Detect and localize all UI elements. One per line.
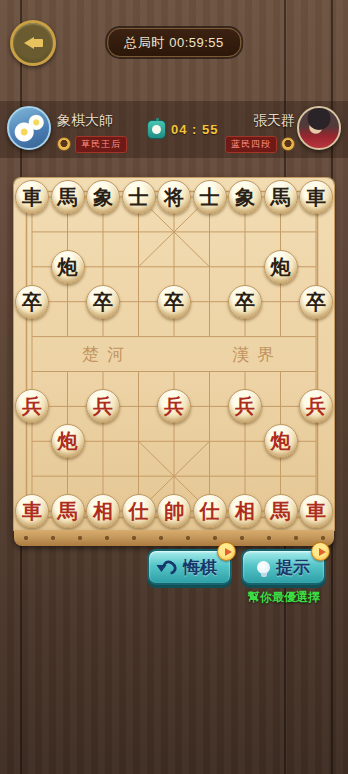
river: 楚河 漢界 [14, 337, 334, 372]
hint-caption: 幫你最優選擇 [236, 589, 332, 606]
piece-bA[interactable]: 士 [193, 180, 227, 214]
player-left-badge: 草民王后 [57, 136, 127, 152]
total-time-pill: 总局时 00:59:55 [107, 28, 241, 57]
piece-rB[interactable]: 相 [86, 494, 120, 528]
piece-bR[interactable]: 車 [15, 180, 49, 214]
piece-bB[interactable]: 象 [228, 180, 262, 214]
turn-timer-value: 04 : 55 [171, 122, 218, 137]
turn-timer: 04 : 55 [147, 120, 218, 139]
game-screen: 总局时 00:59:55 象棋大師 草民王后 04 : 55 張天群 蓝民四段 … [0, 0, 348, 774]
river-label-right: 漢界 [232, 343, 282, 366]
piece-rA[interactable]: 仕 [122, 494, 156, 528]
undo-button[interactable]: 悔棋 [147, 549, 232, 585]
medal-icon [57, 137, 71, 151]
piece-bN[interactable]: 馬 [264, 180, 298, 214]
total-time-value: 00:59:55 [169, 35, 224, 50]
player-right-rank: 蓝民四段 [225, 136, 277, 153]
avatar-left[interactable] [7, 106, 51, 150]
player-left-rank: 草民王后 [75, 136, 127, 153]
river-label-left: 楚河 [82, 343, 132, 366]
piece-bP[interactable]: 卒 [15, 285, 49, 319]
ad-coin-icon[interactable] [217, 542, 236, 561]
hint-label: 提示 [276, 556, 310, 579]
player-left-name: 象棋大師 [57, 112, 113, 130]
avatar-right[interactable] [297, 106, 341, 150]
piece-rC[interactable]: 炮 [51, 424, 85, 458]
back-button[interactable] [10, 20, 56, 66]
ad-coin-icon[interactable] [311, 542, 330, 561]
board-frame-strip [14, 530, 334, 546]
player-right-badge: 蓝民四段 [225, 136, 295, 152]
undo-icon [160, 557, 180, 577]
piece-rK[interactable]: 帥 [157, 494, 191, 528]
piece-bP[interactable]: 卒 [299, 285, 333, 319]
medal-icon [281, 137, 295, 151]
piece-rA[interactable]: 仕 [193, 494, 227, 528]
back-arrow-icon [24, 37, 34, 49]
piece-bC[interactable]: 炮 [51, 250, 85, 284]
piece-rC[interactable]: 炮 [264, 424, 298, 458]
piece-rB[interactable]: 相 [228, 494, 262, 528]
player-right-name: 張天群 [253, 112, 295, 130]
piece-bR[interactable]: 車 [299, 180, 333, 214]
undo-label: 悔棋 [183, 556, 217, 579]
piece-rN[interactable]: 馬 [264, 494, 298, 528]
piece-bC[interactable]: 炮 [264, 250, 298, 284]
piece-rR[interactable]: 車 [15, 494, 49, 528]
total-time-label: 总局时 [124, 35, 165, 50]
hint-button[interactable]: 提示 [241, 549, 326, 585]
piece-rN[interactable]: 馬 [51, 494, 85, 528]
piece-bN[interactable]: 馬 [51, 180, 85, 214]
piece-bA[interactable]: 士 [122, 180, 156, 214]
piece-bP[interactable]: 卒 [157, 285, 191, 319]
piece-bP[interactable]: 卒 [86, 285, 120, 319]
board[interactable]: 楚河 漢界 車馬象士将士象馬車炮炮卒卒卒卒卒兵兵兵兵兵炮炮車馬相仕帥仕相馬車 [14, 178, 334, 530]
piece-rR[interactable]: 車 [299, 494, 333, 528]
lightbulb-icon [257, 561, 270, 574]
clock-icon [147, 120, 166, 139]
piece-bP[interactable]: 卒 [228, 285, 262, 319]
piece-bK[interactable]: 将 [157, 180, 191, 214]
piece-bB[interactable]: 象 [86, 180, 120, 214]
